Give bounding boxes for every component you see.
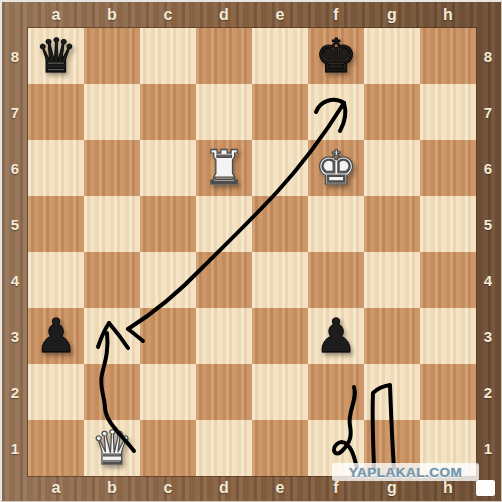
square-b6 xyxy=(84,140,140,196)
watermark-corner-square-icon xyxy=(476,480,495,496)
rank-label-right-2: 2 xyxy=(475,364,501,420)
square-h2 xyxy=(420,364,476,420)
square-c5 xyxy=(140,196,196,252)
square-c6 xyxy=(140,140,196,196)
square-h3 xyxy=(420,308,476,364)
square-e5 xyxy=(252,196,308,252)
square-c7 xyxy=(140,84,196,140)
square-b3 xyxy=(84,308,140,364)
watermark: YAPLAKAL.COM xyxy=(332,463,479,481)
file-label-top-h: h xyxy=(420,2,476,28)
square-a1 xyxy=(28,420,84,476)
square-a3: ♟ xyxy=(28,308,84,364)
square-d8 xyxy=(196,28,252,84)
square-g5 xyxy=(364,196,420,252)
rank-label-left-7: 7 xyxy=(2,84,28,140)
square-e7 xyxy=(252,84,308,140)
piece-white-rook-d6: ♜ xyxy=(196,140,252,196)
square-d1 xyxy=(196,420,252,476)
square-e3 xyxy=(252,308,308,364)
square-c8 xyxy=(140,28,196,84)
square-g2 xyxy=(364,364,420,420)
square-e1 xyxy=(252,420,308,476)
file-label-bottom-a: a xyxy=(28,475,84,501)
square-e4 xyxy=(252,252,308,308)
square-g6 xyxy=(364,140,420,196)
piece-white-queen-b1: ♛ xyxy=(84,420,140,476)
square-d3 xyxy=(196,308,252,364)
square-d7 xyxy=(196,84,252,140)
file-label-top-d: d xyxy=(196,2,252,28)
square-b7 xyxy=(84,84,140,140)
square-f4 xyxy=(308,252,364,308)
square-g3 xyxy=(364,308,420,364)
piece-black-king-f8: ♚ xyxy=(308,28,364,84)
file-label-top-g: g xyxy=(364,2,420,28)
piece-black-pawn-a3: ♟ xyxy=(28,308,84,364)
square-h8 xyxy=(420,28,476,84)
rank-label-right-3: 3 xyxy=(475,308,501,364)
square-a2 xyxy=(28,364,84,420)
rank-label-left-4: 4 xyxy=(2,252,28,308)
square-b4 xyxy=(84,252,140,308)
square-c3 xyxy=(140,308,196,364)
rank-label-right-7: 7 xyxy=(475,84,501,140)
square-d2 xyxy=(196,364,252,420)
rank-label-right-6: 6 xyxy=(475,140,501,196)
file-label-bottom-c: c xyxy=(140,475,196,501)
chess-board: ♛♚♜♚♟♟♛ xyxy=(28,28,476,476)
file-label-top-e: e xyxy=(252,2,308,28)
rank-label-left-1: 1 xyxy=(2,420,28,476)
file-label-top-b: b xyxy=(84,2,140,28)
rank-label-right-8: 8 xyxy=(475,28,501,84)
square-c1 xyxy=(140,420,196,476)
rank-labels-left: 87654321 xyxy=(2,28,28,476)
square-e6 xyxy=(252,140,308,196)
square-f6: ♚ xyxy=(308,140,364,196)
square-g4 xyxy=(364,252,420,308)
rank-label-right-5: 5 xyxy=(475,196,501,252)
square-g8 xyxy=(364,28,420,84)
square-a6 xyxy=(28,140,84,196)
square-a5 xyxy=(28,196,84,252)
file-label-bottom-e: e xyxy=(252,475,308,501)
square-a7 xyxy=(28,84,84,140)
square-a8: ♛ xyxy=(28,28,84,84)
square-a4 xyxy=(28,252,84,308)
file-label-top-c: c xyxy=(140,2,196,28)
square-f3: ♟ xyxy=(308,308,364,364)
square-c2 xyxy=(140,364,196,420)
file-label-top-f: f xyxy=(308,2,364,28)
square-b1: ♛ xyxy=(84,420,140,476)
square-h5 xyxy=(420,196,476,252)
file-label-top-a: a xyxy=(28,2,84,28)
square-b8 xyxy=(84,28,140,84)
square-h6 xyxy=(420,140,476,196)
square-c4 xyxy=(140,252,196,308)
piece-black-queen-a8: ♛ xyxy=(28,28,84,84)
rank-label-right-4: 4 xyxy=(475,252,501,308)
watermark-text: YAPLAKAL.COM xyxy=(349,465,463,480)
file-label-bottom-b: b xyxy=(84,475,140,501)
piece-white-king-f6: ♚ xyxy=(308,140,364,196)
file-labels-top: abcdefgh xyxy=(28,2,476,28)
square-h4 xyxy=(420,252,476,308)
square-e8 xyxy=(252,28,308,84)
square-d4 xyxy=(196,252,252,308)
rank-label-left-2: 2 xyxy=(2,364,28,420)
square-h7 xyxy=(420,84,476,140)
square-f7 xyxy=(308,84,364,140)
square-e2 xyxy=(252,364,308,420)
square-d6: ♜ xyxy=(196,140,252,196)
square-b5 xyxy=(84,196,140,252)
rank-label-left-3: 3 xyxy=(2,308,28,364)
square-d5 xyxy=(196,196,252,252)
rank-labels-right: 87654321 xyxy=(475,28,501,476)
square-f5 xyxy=(308,196,364,252)
rank-label-left-5: 5 xyxy=(2,196,28,252)
square-f2 xyxy=(308,364,364,420)
square-g7 xyxy=(364,84,420,140)
square-f8: ♚ xyxy=(308,28,364,84)
rank-label-left-6: 6 xyxy=(2,140,28,196)
square-b2 xyxy=(84,364,140,420)
chess-diagram: abcdefgh abcdefgh 87654321 87654321 ♛♚♜♚… xyxy=(0,0,502,502)
piece-black-pawn-f3: ♟ xyxy=(308,308,364,364)
file-label-bottom-d: d xyxy=(196,475,252,501)
rank-label-left-8: 8 xyxy=(2,28,28,84)
